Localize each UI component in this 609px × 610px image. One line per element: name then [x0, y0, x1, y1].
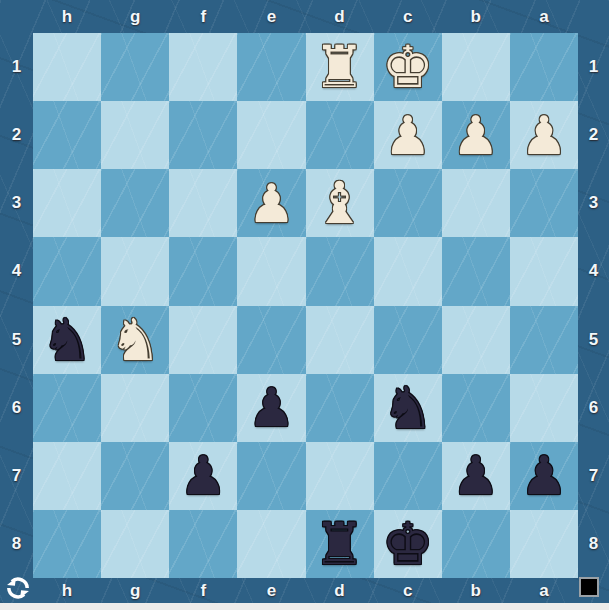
square-h5[interactable]: ♞ — [33, 306, 101, 374]
chess-app: hgfedcba 12345678 12345678 hgfedcba ♜♚♟♟… — [0, 0, 609, 610]
square-d8[interactable]: ♜ — [306, 510, 374, 578]
rank-label-left-6: 6 — [0, 374, 33, 442]
file-label-bottom-d: d — [306, 578, 374, 603]
file-labels-top: hgfedcba — [33, 0, 578, 33]
rank-label-right-1: 1 — [578, 33, 609, 101]
file-label-top-d: d — [306, 0, 374, 33]
file-label-top-a: a — [510, 0, 578, 33]
square-h8[interactable] — [33, 510, 101, 578]
piece-white-pawn[interactable]: ♟ — [248, 177, 296, 230]
file-label-bottom-b: b — [442, 578, 510, 603]
square-b6[interactable] — [442, 374, 510, 442]
piece-white-knight[interactable]: ♞ — [109, 311, 161, 369]
piece-black-pawn[interactable]: ♟ — [248, 381, 296, 434]
square-h4[interactable] — [33, 237, 101, 305]
square-g4[interactable] — [101, 237, 169, 305]
square-a2[interactable]: ♟ — [510, 101, 578, 169]
rank-label-right-3: 3 — [578, 169, 609, 237]
rank-label-right-7: 7 — [578, 442, 609, 510]
rank-label-left-4: 4 — [0, 237, 33, 305]
square-c7[interactable] — [374, 442, 442, 510]
square-e6[interactable]: ♟ — [237, 374, 305, 442]
square-b1[interactable] — [442, 33, 510, 101]
square-f7[interactable]: ♟ — [169, 442, 237, 510]
square-a8[interactable] — [510, 510, 578, 578]
rank-label-right-4: 4 — [578, 237, 609, 305]
square-d4[interactable] — [306, 237, 374, 305]
rank-label-left-8: 8 — [0, 510, 33, 578]
square-d2[interactable] — [306, 101, 374, 169]
square-f6[interactable] — [169, 374, 237, 442]
square-g2[interactable] — [101, 101, 169, 169]
square-b8[interactable] — [442, 510, 510, 578]
piece-white-pawn[interactable]: ♟ — [384, 109, 432, 162]
piece-black-king[interactable]: ♚ — [382, 515, 434, 573]
square-e4[interactable] — [237, 237, 305, 305]
file-label-bottom-h: h — [33, 578, 101, 603]
file-label-top-h: h — [33, 0, 101, 33]
rank-label-left-2: 2 — [0, 101, 33, 169]
square-g7[interactable] — [101, 442, 169, 510]
square-c6[interactable]: ♞ — [374, 374, 442, 442]
square-b5[interactable] — [442, 306, 510, 374]
rank-label-right-8: 8 — [578, 510, 609, 578]
square-g8[interactable] — [101, 510, 169, 578]
square-h1[interactable] — [33, 33, 101, 101]
square-a5[interactable] — [510, 306, 578, 374]
rank-labels-left: 12345678 — [0, 33, 33, 578]
piece-black-knight[interactable]: ♞ — [41, 311, 93, 369]
rank-labels-right: 12345678 — [578, 33, 609, 578]
square-b2[interactable]: ♟ — [442, 101, 510, 169]
file-label-bottom-a: a — [510, 578, 578, 603]
square-h3[interactable] — [33, 169, 101, 237]
square-d1[interactable]: ♜ — [306, 33, 374, 101]
file-labels-bottom: hgfedcba — [33, 578, 578, 603]
square-c3[interactable] — [374, 169, 442, 237]
square-e1[interactable] — [237, 33, 305, 101]
square-f1[interactable] — [169, 33, 237, 101]
square-e3[interactable]: ♟ — [237, 169, 305, 237]
piece-white-rook[interactable]: ♜ — [314, 38, 366, 96]
square-b4[interactable] — [442, 237, 510, 305]
piece-black-pawn[interactable]: ♟ — [520, 449, 568, 502]
square-a4[interactable] — [510, 237, 578, 305]
black-to-move-indicator — [579, 577, 599, 597]
rank-label-right-6: 6 — [578, 374, 609, 442]
flip-board-icon — [4, 574, 32, 602]
piece-black-knight[interactable]: ♞ — [382, 379, 434, 437]
square-c4[interactable] — [374, 237, 442, 305]
square-h7[interactable] — [33, 442, 101, 510]
square-e8[interactable] — [237, 510, 305, 578]
piece-white-pawn[interactable]: ♟ — [452, 109, 500, 162]
square-f8[interactable] — [169, 510, 237, 578]
rank-label-right-5: 5 — [578, 306, 609, 374]
rank-label-left-5: 5 — [0, 306, 33, 374]
file-label-top-f: f — [169, 0, 237, 33]
rank-label-left-3: 3 — [0, 169, 33, 237]
file-label-bottom-g: g — [101, 578, 169, 603]
square-g3[interactable] — [101, 169, 169, 237]
piece-white-king[interactable]: ♚ — [382, 38, 434, 96]
file-label-top-g: g — [101, 0, 169, 33]
file-label-bottom-c: c — [374, 578, 442, 603]
file-label-top-b: b — [442, 0, 510, 33]
page-background-strip — [0, 603, 609, 610]
square-d6[interactable] — [306, 374, 374, 442]
flip-board-button[interactable] — [3, 573, 33, 603]
square-f2[interactable] — [169, 101, 237, 169]
square-h2[interactable] — [33, 101, 101, 169]
square-c2[interactable]: ♟ — [374, 101, 442, 169]
rank-label-left-7: 7 — [0, 442, 33, 510]
file-label-bottom-e: e — [237, 578, 305, 603]
square-e7[interactable] — [237, 442, 305, 510]
file-label-top-e: e — [237, 0, 305, 33]
square-a7[interactable]: ♟ — [510, 442, 578, 510]
board-squares: ♜♚♟♟♟♟♝♞♞♟♞♟♟♟♜♚ — [33, 33, 578, 578]
square-e2[interactable] — [237, 101, 305, 169]
board-frame: hgfedcba 12345678 12345678 hgfedcba ♜♚♟♟… — [0, 0, 609, 603]
piece-black-pawn[interactable]: ♟ — [452, 449, 500, 502]
square-g5[interactable]: ♞ — [101, 306, 169, 374]
square-d7[interactable] — [306, 442, 374, 510]
square-b3[interactable] — [442, 169, 510, 237]
square-a1[interactable] — [510, 33, 578, 101]
square-f5[interactable] — [169, 306, 237, 374]
rank-label-right-2: 2 — [578, 101, 609, 169]
piece-black-pawn[interactable]: ♟ — [180, 449, 228, 502]
square-h6[interactable] — [33, 374, 101, 442]
piece-white-pawn[interactable]: ♟ — [520, 109, 568, 162]
square-g6[interactable] — [101, 374, 169, 442]
file-label-top-c: c — [374, 0, 442, 33]
square-e5[interactable] — [237, 306, 305, 374]
square-d5[interactable] — [306, 306, 374, 374]
square-b7[interactable]: ♟ — [442, 442, 510, 510]
square-f4[interactable] — [169, 237, 237, 305]
square-c5[interactable] — [374, 306, 442, 374]
square-d3[interactable]: ♝ — [306, 169, 374, 237]
square-f3[interactable] — [169, 169, 237, 237]
square-c1[interactable]: ♚ — [374, 33, 442, 101]
piece-black-rook[interactable]: ♜ — [314, 515, 366, 573]
square-c8[interactable]: ♚ — [374, 510, 442, 578]
square-g1[interactable] — [101, 33, 169, 101]
square-a6[interactable] — [510, 374, 578, 442]
rank-label-left-1: 1 — [0, 33, 33, 101]
piece-white-bishop[interactable]: ♝ — [314, 174, 366, 232]
square-a3[interactable] — [510, 169, 578, 237]
file-label-bottom-f: f — [169, 578, 237, 603]
